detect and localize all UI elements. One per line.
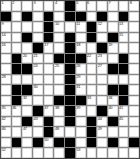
crossword-cell[interactable] xyxy=(129,85,139,95)
crossword-cell[interactable]: 50 xyxy=(44,138,54,148)
crossword-cell[interactable] xyxy=(44,148,54,158)
crossword-cell[interactable]: 23 xyxy=(97,54,107,64)
crossword-cell[interactable] xyxy=(129,117,139,127)
crossword-cell-black xyxy=(22,64,32,74)
crossword-cell[interactable] xyxy=(108,75,118,85)
crossword-cell[interactable] xyxy=(119,138,129,148)
clue-number: 20 xyxy=(23,54,27,58)
clue-number: 34 xyxy=(108,96,112,100)
crossword-cell-black xyxy=(65,106,75,116)
crossword-cell-black xyxy=(65,96,75,106)
crossword-cell[interactable]: 34 xyxy=(108,96,118,106)
clue-number: 1 xyxy=(2,1,4,5)
clue-number: 26 xyxy=(76,64,80,68)
crossword-cell[interactable]: 28 xyxy=(1,75,11,85)
crossword-cell-black xyxy=(65,64,75,74)
crossword-cell[interactable] xyxy=(54,12,64,22)
crossword-cell-black xyxy=(87,117,97,127)
crossword-cell-black xyxy=(87,138,97,148)
crossword-cell[interactable]: 6 xyxy=(87,1,97,11)
crossword-cell[interactable] xyxy=(12,12,22,22)
crossword-cell[interactable] xyxy=(33,96,43,106)
crossword-cell[interactable] xyxy=(87,85,97,95)
crossword-cell[interactable] xyxy=(129,12,139,22)
crossword-cell-black xyxy=(87,127,97,137)
crossword-cell-black xyxy=(108,85,118,95)
crossword-cell-black xyxy=(97,43,107,53)
crossword-cell[interactable]: 35 xyxy=(1,106,11,116)
crossword-cell[interactable] xyxy=(54,75,64,85)
crossword-cell-black xyxy=(87,33,97,43)
crossword-cell-black xyxy=(65,12,75,22)
crossword-cell-black xyxy=(33,43,43,53)
crossword-cell[interactable] xyxy=(12,117,22,127)
clue-number: 5 xyxy=(76,1,78,5)
crossword-cell[interactable] xyxy=(1,85,11,95)
crossword-cell-black xyxy=(65,33,75,43)
clue-number: 36 xyxy=(12,106,16,110)
crossword-cell-black xyxy=(65,148,75,158)
crossword-cell[interactable] xyxy=(33,12,43,22)
clue-number: 8 xyxy=(130,1,132,5)
clue-number: 42 xyxy=(2,117,6,121)
crossword-cell-black xyxy=(97,106,107,116)
crossword-cell[interactable] xyxy=(97,75,107,85)
crossword-cell-black xyxy=(76,12,86,22)
crossword-cell-black xyxy=(119,96,129,106)
crossword-cell-black xyxy=(33,138,43,148)
crossword-cell-black xyxy=(54,54,64,64)
crossword-cell[interactable] xyxy=(97,85,107,95)
crossword-cell[interactable]: 24 xyxy=(33,64,43,74)
clue-number: 31 xyxy=(76,85,80,89)
crossword-cell[interactable] xyxy=(129,148,139,158)
clue-number: 14 xyxy=(2,33,6,37)
crossword-cell[interactable]: 15 xyxy=(119,33,129,43)
crossword-cell[interactable]: 49 xyxy=(97,127,107,137)
crossword-cell[interactable] xyxy=(108,148,118,158)
clue-number: 23 xyxy=(98,54,102,58)
crossword-cell[interactable]: 2 xyxy=(12,1,22,11)
crossword-cell[interactable] xyxy=(33,127,43,137)
crossword-cell-black xyxy=(44,12,54,22)
crossword-cell-black xyxy=(65,138,75,148)
crossword-cell-black xyxy=(108,64,118,74)
crossword-cell-black xyxy=(12,85,22,95)
crossword-cell-black xyxy=(65,117,75,127)
crossword-cell[interactable] xyxy=(87,43,97,53)
clue-number: 33 xyxy=(87,96,91,100)
crossword-cell[interactable]: 25 xyxy=(54,64,64,74)
crossword-cell-black xyxy=(65,43,75,53)
clue-number: 24 xyxy=(34,64,38,68)
crossword-cell-black xyxy=(108,138,118,148)
clue-number: 39 xyxy=(76,106,80,110)
clue-number: 46 xyxy=(2,127,6,131)
crossword-cell[interactable]: 36 xyxy=(12,106,22,116)
crossword-cell[interactable]: 26 xyxy=(76,64,86,74)
crossword-cell[interactable] xyxy=(12,75,22,85)
crossword-cell[interactable]: 9 xyxy=(1,22,11,32)
crossword-cell-black xyxy=(12,64,22,74)
crossword-cell[interactable] xyxy=(87,148,97,158)
crossword-cell[interactable] xyxy=(12,127,22,137)
crossword-cell[interactable] xyxy=(76,117,86,127)
crossword-cell-black xyxy=(76,96,86,106)
crossword-cell[interactable] xyxy=(54,117,64,127)
crossword-cell[interactable]: 46 xyxy=(1,127,11,137)
crossword-cell[interactable]: 19 xyxy=(108,43,118,53)
crossword-cell-black xyxy=(44,127,54,137)
crossword-cell-black xyxy=(22,12,32,22)
clue-number: 40 xyxy=(108,106,112,110)
crossword-cell[interactable] xyxy=(129,54,139,64)
clue-number: 10 xyxy=(55,22,59,26)
crossword-cell[interactable] xyxy=(22,75,32,85)
crossword-cell[interactable] xyxy=(97,33,107,43)
crossword-cell[interactable] xyxy=(97,1,107,11)
crossword-cell-black xyxy=(65,54,75,64)
crossword-cell[interactable] xyxy=(22,22,32,32)
crossword-cell[interactable]: 18 xyxy=(76,43,86,53)
crossword-cell[interactable] xyxy=(12,43,22,53)
crossword-cell[interactable] xyxy=(44,64,54,74)
crossword-cell[interactable]: 43 xyxy=(33,117,43,127)
clue-number: 43 xyxy=(34,117,38,121)
crossword-cell[interactable]: 17 xyxy=(44,43,54,53)
crossword-cell-black xyxy=(119,64,129,74)
clue-number: 48 xyxy=(55,127,59,131)
crossword-cell-black xyxy=(54,96,64,106)
clue-number: 15 xyxy=(119,33,123,37)
crossword-cell-black xyxy=(108,33,118,43)
clue-number: 18 xyxy=(76,43,80,47)
crossword-cell[interactable] xyxy=(44,54,54,64)
clue-number: 52 xyxy=(2,148,6,152)
crossword-cell[interactable] xyxy=(44,1,54,11)
crossword-cell[interactable] xyxy=(108,127,118,137)
crossword-cell[interactable] xyxy=(1,54,11,64)
clue-number: 16 xyxy=(2,43,6,47)
crossword-board: 1234567891011121314151617181920212223242… xyxy=(0,0,140,159)
crossword-cell-black xyxy=(119,54,129,64)
crossword-cell[interactable] xyxy=(54,148,64,158)
crossword-cell-black xyxy=(97,12,107,22)
clue-number: 25 xyxy=(55,64,59,68)
clue-number: 38 xyxy=(55,106,59,110)
crossword-cell[interactable]: 53 xyxy=(76,148,86,158)
clue-number: 4 xyxy=(55,1,57,5)
clue-number: 37 xyxy=(44,106,48,110)
crossword-cell[interactable] xyxy=(97,96,107,106)
crossword-cell[interactable]: 1 xyxy=(1,1,11,11)
crossword-cell[interactable] xyxy=(22,138,32,148)
crossword-cell[interactable]: 45 xyxy=(119,117,129,127)
crossword-cell[interactable]: 37 xyxy=(44,106,54,116)
crossword-cell[interactable] xyxy=(65,22,75,32)
crossword-cell-black xyxy=(1,12,11,22)
crossword-cell-black xyxy=(22,85,32,95)
crossword-cell[interactable] xyxy=(76,33,86,43)
clue-number: 27 xyxy=(98,64,102,68)
crossword-cell-black xyxy=(22,117,32,127)
crossword-cell[interactable] xyxy=(97,148,107,158)
crossword-cell[interactable] xyxy=(129,96,139,106)
crossword-cell[interactable]: 27 xyxy=(97,64,107,74)
crossword-cell[interactable] xyxy=(22,148,32,158)
crossword-cell-black xyxy=(44,117,54,127)
crossword-cell-black xyxy=(12,54,22,64)
clue-number: 21 xyxy=(34,54,38,58)
crossword-cell[interactable] xyxy=(33,22,43,32)
crossword-cell[interactable] xyxy=(22,106,32,116)
crossword-cell[interactable] xyxy=(129,43,139,53)
crossword-cell[interactable] xyxy=(33,148,43,158)
crossword-cell[interactable]: 38 xyxy=(54,106,64,116)
clue-number: 7 xyxy=(108,1,110,5)
clue-number: 22 xyxy=(87,54,91,58)
crossword-cell[interactable] xyxy=(12,148,22,158)
crossword-cell-black xyxy=(65,75,75,85)
clue-number: 6 xyxy=(87,1,89,5)
clue-number: 2 xyxy=(12,1,14,5)
crossword-cell[interactable] xyxy=(1,138,11,148)
crossword-cell[interactable] xyxy=(87,75,97,85)
crossword-cell[interactable]: 30 xyxy=(33,85,43,95)
crossword-cell[interactable] xyxy=(119,75,129,85)
crossword-cell[interactable] xyxy=(129,33,139,43)
crossword-cell-black xyxy=(22,33,32,43)
crossword-cell-black xyxy=(119,12,129,22)
crossword-cell[interactable] xyxy=(44,85,54,95)
clue-number: 50 xyxy=(44,138,48,142)
clue-number: 35 xyxy=(2,106,6,110)
crossword-cell[interactable] xyxy=(87,106,97,116)
clue-number: 29 xyxy=(76,75,80,79)
crossword-cell[interactable] xyxy=(76,127,86,137)
crossword-cell[interactable]: 20 xyxy=(22,54,32,64)
crossword-cell[interactable] xyxy=(33,33,43,43)
clue-number: 3 xyxy=(34,1,36,5)
crossword-cell[interactable] xyxy=(76,138,86,148)
crossword-cell[interactable]: 40 xyxy=(108,106,118,116)
crossword-cell-black xyxy=(76,54,86,64)
crossword-cell[interactable] xyxy=(87,12,97,22)
crossword-cell[interactable]: 14 xyxy=(1,33,11,43)
crossword-cell[interactable] xyxy=(119,127,129,137)
crossword-cell[interactable]: 33 xyxy=(87,96,97,106)
crossword-cell[interactable] xyxy=(12,33,22,43)
crossword-cell-black xyxy=(33,106,43,116)
crossword-cell[interactable] xyxy=(108,22,118,32)
clue-number: 32 xyxy=(23,96,27,100)
crossword-cell[interactable]: 21 xyxy=(33,54,43,64)
crossword-cell-black xyxy=(119,85,129,95)
crossword-cell-black xyxy=(65,85,75,95)
crossword-cell[interactable]: 8 xyxy=(129,1,139,11)
crossword-cell[interactable] xyxy=(65,127,75,137)
clue-number: 9 xyxy=(2,22,4,26)
crossword-cell[interactable]: 4 xyxy=(54,1,64,11)
crossword-cell[interactable] xyxy=(1,64,11,74)
crossword-cell[interactable]: 31 xyxy=(76,85,86,95)
crossword-cell[interactable] xyxy=(97,138,107,148)
crossword-cell-black xyxy=(12,138,22,148)
crossword-cell[interactable]: 7 xyxy=(108,1,118,11)
crossword-cell[interactable] xyxy=(129,22,139,32)
crossword-cell-black xyxy=(87,22,97,32)
crossword-cell[interactable]: 5 xyxy=(76,1,86,11)
clue-number: 49 xyxy=(98,127,102,131)
crossword-cell[interactable]: 44 xyxy=(97,117,107,127)
clue-number: 44 xyxy=(98,117,102,121)
clue-number: 28 xyxy=(2,75,6,79)
crossword-cell[interactable] xyxy=(129,64,139,74)
crossword-cell[interactable] xyxy=(129,75,139,85)
crossword-cell-black xyxy=(12,96,22,106)
crossword-cell[interactable] xyxy=(129,127,139,137)
crossword-cell[interactable] xyxy=(54,43,64,53)
crossword-cell[interactable]: 3 xyxy=(33,1,43,11)
crossword-cell-black xyxy=(65,1,75,11)
clue-number: 47 xyxy=(23,127,27,131)
crossword-cell-black xyxy=(108,117,118,127)
crossword-cell[interactable] xyxy=(87,64,97,74)
crossword-cell[interactable] xyxy=(54,85,64,95)
crossword-cell[interactable] xyxy=(44,75,54,85)
crossword-cell[interactable]: 16 xyxy=(1,43,11,53)
crossword-cell[interactable] xyxy=(1,96,11,106)
crossword-cell[interactable] xyxy=(108,12,118,22)
crossword-cell[interactable] xyxy=(129,106,139,116)
crossword-cell[interactable]: 10 xyxy=(54,22,64,32)
clue-number: 19 xyxy=(108,43,112,47)
clue-number: 11 xyxy=(76,22,80,26)
crossword-cell[interactable] xyxy=(119,148,129,158)
crossword-cell[interactable] xyxy=(119,43,129,53)
clue-number: 30 xyxy=(34,85,38,89)
crossword-cell[interactable] xyxy=(22,43,32,53)
crossword-cell[interactable] xyxy=(22,1,32,11)
crossword-cell[interactable]: 48 xyxy=(54,127,64,137)
crossword-cell[interactable] xyxy=(44,96,54,106)
clue-number: 17 xyxy=(44,43,48,47)
crossword-cell[interactable]: 52 xyxy=(1,148,11,158)
clue-number: 12 xyxy=(98,22,102,26)
crossword-cell-black xyxy=(54,138,64,148)
crossword-cell[interactable] xyxy=(119,1,129,11)
crossword-cell[interactable]: 22 xyxy=(87,54,97,64)
crossword-cell[interactable]: 11 xyxy=(76,22,86,32)
crossword-cell[interactable]: 12 xyxy=(97,22,107,32)
crossword-cell[interactable]: 13 xyxy=(119,22,129,32)
crossword-cell[interactable] xyxy=(12,22,22,32)
crossword-cell-black xyxy=(129,138,139,148)
crossword-cell[interactable] xyxy=(33,75,43,85)
crossword-cell[interactable]: 39 xyxy=(76,106,86,116)
crossword-cell[interactable]: 32 xyxy=(22,96,32,106)
crossword-cell-black xyxy=(44,33,54,43)
clue-number: 13 xyxy=(119,22,123,26)
crossword-cell[interactable]: 29 xyxy=(76,75,86,85)
crossword-cell[interactable]: 42 xyxy=(1,117,11,127)
clue-number: 41 xyxy=(119,106,123,110)
clue-number: 45 xyxy=(119,117,123,121)
crossword-cell[interactable] xyxy=(108,54,118,64)
crossword-cell[interactable] xyxy=(54,33,64,43)
crossword-cell-black xyxy=(44,22,54,32)
clue-number: 53 xyxy=(76,148,80,152)
crossword-cell[interactable]: 47 xyxy=(22,127,32,137)
crossword-cell[interactable]: 41 xyxy=(119,106,129,116)
